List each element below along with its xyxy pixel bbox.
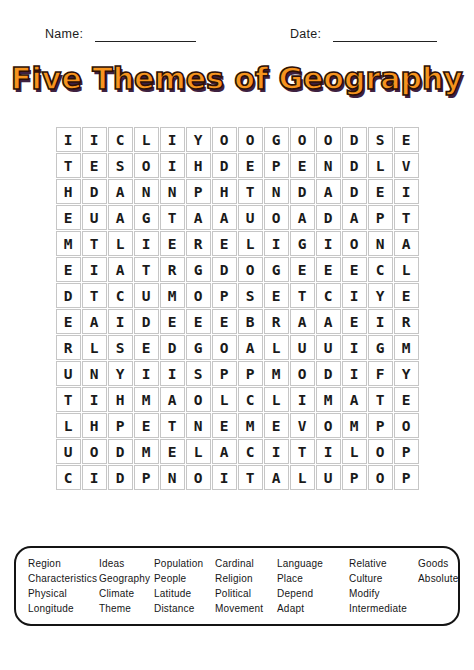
grid-cell[interactable]: I <box>160 127 185 152</box>
grid-cell[interactable]: H <box>186 153 211 178</box>
word-bank-column-2: IdeasGeographyClimateTheme <box>99 556 154 616</box>
grid-cell[interactable]: M <box>264 361 289 386</box>
grid-cell[interactable]: O <box>186 387 211 412</box>
grid-cell[interactable]: G <box>186 335 211 360</box>
word-bank-word: Geography <box>99 571 154 586</box>
grid-cell[interactable]: A <box>264 465 289 490</box>
grid-cell[interactable]: L <box>134 127 159 152</box>
grid-cell[interactable]: I <box>290 387 315 412</box>
grid-cell[interactable]: T <box>290 439 315 464</box>
grid-cell[interactable]: E <box>342 309 367 334</box>
grid-cell[interactable]: O <box>212 127 237 152</box>
grid-cell[interactable]: E <box>56 309 81 334</box>
word-bank-word: Characteristics <box>28 571 99 586</box>
grid-cell[interactable]: P <box>108 413 133 438</box>
grid-cell[interactable]: E <box>186 309 211 334</box>
grid-cell[interactable]: A <box>238 335 263 360</box>
grid-cell[interactable]: N <box>134 179 159 204</box>
grid-cell[interactable]: O <box>290 127 315 152</box>
word-bank-word: Population <box>154 556 215 571</box>
word-bank-word: Distance <box>154 601 215 616</box>
grid-cell[interactable]: O <box>186 283 211 308</box>
grid-cell[interactable]: N <box>160 465 185 490</box>
grid-cell[interactable]: C <box>316 283 341 308</box>
grid-cell[interactable]: A <box>316 179 341 204</box>
word-bank-word: Latitude <box>154 586 215 601</box>
word-bank-word: People <box>154 571 215 586</box>
grid-cell[interactable]: S <box>186 361 211 386</box>
grid-cell[interactable]: M <box>56 231 81 256</box>
grid-cell[interactable]: C <box>108 283 133 308</box>
grid-cell[interactable]: I <box>82 387 107 412</box>
grid-cell[interactable]: I <box>134 231 159 256</box>
grid-cell[interactable]: E <box>264 283 289 308</box>
grid-cell[interactable]: D <box>56 283 81 308</box>
grid-cell[interactable]: D <box>160 335 185 360</box>
grid-cell[interactable]: V <box>290 413 315 438</box>
grid-cell[interactable]: I <box>316 231 341 256</box>
grid-cell[interactable]: C <box>368 257 393 282</box>
grid-cell[interactable]: E <box>290 153 315 178</box>
grid-cell[interactable]: E <box>212 309 237 334</box>
grid-cell[interactable]: O <box>238 127 263 152</box>
grid-cell[interactable]: C <box>108 127 133 152</box>
grid-cell[interactable]: T <box>82 283 107 308</box>
grid-cell[interactable]: P <box>368 205 393 230</box>
grid-cell[interactable]: L <box>264 387 289 412</box>
page-title: Five Themes of Geography <box>0 62 474 95</box>
grid-cell[interactable]: T <box>160 413 185 438</box>
grid-cell[interactable]: E <box>212 413 237 438</box>
grid-cell[interactable]: I <box>342 283 367 308</box>
grid-cell[interactable]: M <box>160 283 185 308</box>
grid-cell[interactable]: U <box>134 283 159 308</box>
grid-cell[interactable]: U <box>316 465 341 490</box>
grid-cell[interactable]: C <box>238 439 263 464</box>
word-bank-word: Language <box>277 556 349 571</box>
grid-cell[interactable]: H <box>82 413 107 438</box>
word-bank-column-6: RelativeCultureModifyIntermediate <box>349 556 418 616</box>
grid-cell[interactable]: L <box>368 153 393 178</box>
word-bank-word: Cardinal <box>215 556 277 571</box>
grid-cell[interactable]: D <box>290 179 315 204</box>
grid-cell[interactable]: T <box>134 257 159 282</box>
grid-cell[interactable]: O <box>264 205 289 230</box>
grid-cell[interactable]: O <box>82 439 107 464</box>
grid-cell[interactable]: A <box>212 439 237 464</box>
grid-cell[interactable]: N <box>316 153 341 178</box>
grid-cell[interactable]: D <box>212 153 237 178</box>
grid-cell[interactable]: L <box>186 439 211 464</box>
grid-cell[interactable]: S <box>108 335 133 360</box>
grid-cell[interactable]: A <box>108 257 133 282</box>
grid-cell[interactable]: U <box>290 335 315 360</box>
grid-cell[interactable]: N <box>264 179 289 204</box>
word-bank-word: Goods <box>418 556 459 571</box>
grid-cell[interactable]: D <box>108 439 133 464</box>
grid-cell[interactable]: D <box>342 179 367 204</box>
grid-cell[interactable]: P <box>394 439 419 464</box>
grid-cell[interactable]: G <box>368 335 393 360</box>
grid-cell[interactable]: T <box>290 283 315 308</box>
grid-cell[interactable]: D <box>134 309 159 334</box>
word-bank-word: Modify <box>349 586 418 601</box>
grid-cell[interactable]: G <box>264 127 289 152</box>
grid-cell[interactable]: E <box>394 387 419 412</box>
grid-cell[interactable]: I <box>108 309 133 334</box>
grid-cell[interactable]: A <box>186 205 211 230</box>
grid-cell[interactable]: T <box>56 387 81 412</box>
grid-cell[interactable]: A <box>316 309 341 334</box>
word-bank-word: Longitude <box>28 601 99 616</box>
grid-cell[interactable]: D <box>212 257 237 282</box>
grid-cell[interactable]: L <box>56 413 81 438</box>
grid-cell[interactable]: E <box>342 257 367 282</box>
grid-cell[interactable]: P <box>186 179 211 204</box>
grid-cell[interactable]: A <box>108 179 133 204</box>
grid-cell[interactable]: I <box>134 361 159 386</box>
word-bank-word: Religion <box>215 571 277 586</box>
word-bank: RegionCharacteristicsPhysicalLongitudeId… <box>14 546 460 626</box>
grid-cell[interactable]: T <box>238 179 263 204</box>
grid-cell[interactable]: E <box>82 153 107 178</box>
grid-cell[interactable]: A <box>212 205 237 230</box>
grid-cell[interactable]: E <box>56 257 81 282</box>
grid-cell[interactable]: R <box>394 309 419 334</box>
grid-cell[interactable]: C <box>238 387 263 412</box>
grid-cell[interactable]: B <box>238 309 263 334</box>
grid-cell[interactable]: I <box>212 465 237 490</box>
grid-cell[interactable]: E <box>160 231 185 256</box>
grid-cell[interactable]: I <box>264 231 289 256</box>
word-bank-word: Theme <box>99 601 154 616</box>
grid-cell[interactable]: P <box>212 283 237 308</box>
word-bank-word: Climate <box>99 586 154 601</box>
grid-cell[interactable]: L <box>342 439 367 464</box>
grid-cell[interactable]: N <box>160 179 185 204</box>
grid-cell[interactable]: H <box>56 179 81 204</box>
grid-cell[interactable]: E <box>212 231 237 256</box>
grid-cell[interactable]: L <box>212 387 237 412</box>
grid-cell[interactable]: I <box>82 465 107 490</box>
grid-cell[interactable]: O <box>186 465 211 490</box>
word-bank-word: Culture <box>349 571 418 586</box>
grid-cell[interactable]: A <box>108 205 133 230</box>
grid-cell[interactable]: U <box>316 335 341 360</box>
grid-cell[interactable]: S <box>108 153 133 178</box>
grid-cell[interactable]: E <box>368 179 393 204</box>
grid-cell[interactable]: O <box>134 153 159 178</box>
grid-cell[interactable]: G <box>134 205 159 230</box>
word-bank-word: Adapt <box>277 601 349 616</box>
grid-cell[interactable]: O <box>368 439 393 464</box>
grid-cell[interactable]: P <box>368 413 393 438</box>
word-bank-word: Movement <box>215 601 277 616</box>
name-input-line[interactable] <box>95 29 196 42</box>
grid-cell[interactable]: U <box>56 439 81 464</box>
grid-cell[interactable]: L <box>238 231 263 256</box>
grid-cell[interactable]: M <box>342 413 367 438</box>
grid-cell[interactable]: I <box>342 361 367 386</box>
word-bank-column-7: GoodsAbsolute <box>418 556 459 616</box>
word-bank-word: Absolute <box>418 571 459 586</box>
grid-cell[interactable]: G <box>290 231 315 256</box>
grid-cell[interactable]: R <box>186 231 211 256</box>
word-bank-word: Intermediate <box>349 601 418 616</box>
grid-cell[interactable]: O <box>238 257 263 282</box>
grid-cell[interactable]: O <box>212 335 237 360</box>
grid-cell[interactable]: P <box>342 465 367 490</box>
grid-cell[interactable]: A <box>342 387 367 412</box>
grid-cell[interactable]: I <box>56 127 81 152</box>
grid-cell[interactable]: D <box>342 153 367 178</box>
grid-cell[interactable]: D <box>316 361 341 386</box>
grid-cell[interactable]: G <box>264 257 289 282</box>
grid-cell[interactable]: U <box>56 361 81 386</box>
grid-cell[interactable]: T <box>160 205 185 230</box>
grid-cell[interactable]: E <box>394 127 419 152</box>
grid-cell[interactable]: H <box>212 179 237 204</box>
grid-cell[interactable]: I <box>160 361 185 386</box>
word-bank-word: Depend <box>277 586 349 601</box>
grid-cell[interactable]: S <box>368 127 393 152</box>
grid-cell[interactable]: V <box>394 153 419 178</box>
grid-cell[interactable]: D <box>108 465 133 490</box>
header: Name: Date: <box>0 0 474 55</box>
grid-cell[interactable]: Y <box>108 361 133 386</box>
word-search-grid: IICLIYOOGOODSETESOIHDEPENDLVHDANNPHTNDAD… <box>56 127 419 490</box>
grid-cell[interactable]: I <box>264 439 289 464</box>
grid-cell[interactable]: I <box>368 309 393 334</box>
grid-cell[interactable]: O <box>316 413 341 438</box>
grid-cell[interactable]: I <box>394 179 419 204</box>
grid-cell[interactable]: E <box>134 335 159 360</box>
grid-cell[interactable]: O <box>342 231 367 256</box>
grid-cell[interactable]: T <box>394 205 419 230</box>
grid-cell[interactable]: T <box>56 153 81 178</box>
grid-cell[interactable]: G <box>186 257 211 282</box>
grid-cell[interactable]: T <box>238 465 263 490</box>
grid-cell[interactable]: O <box>394 413 419 438</box>
word-bank-word: Region <box>28 556 99 571</box>
word-bank-column-3: PopulationPeopleLatitudeDistance <box>154 556 215 616</box>
grid-cell[interactable]: M <box>394 335 419 360</box>
grid-cell[interactable]: S <box>238 283 263 308</box>
word-bank-column-1: RegionCharacteristicsPhysicalLongitude <box>28 556 99 616</box>
grid-cell[interactable]: E <box>160 439 185 464</box>
grid-cell[interactable]: P <box>238 361 263 386</box>
date-label: Date: <box>290 27 321 41</box>
grid-cell[interactable]: E <box>394 283 419 308</box>
grid-cell[interactable]: A <box>290 309 315 334</box>
grid-cell[interactable]: Y <box>368 283 393 308</box>
grid-cell[interactable]: C <box>56 465 81 490</box>
word-bank-word: Relative <box>349 556 418 571</box>
grid-cell[interactable]: T <box>82 231 107 256</box>
grid-cell[interactable]: A <box>290 205 315 230</box>
grid-cell[interactable]: I <box>82 257 107 282</box>
grid-cell[interactable]: E <box>134 413 159 438</box>
grid-cell[interactable]: I <box>160 153 185 178</box>
grid-cell[interactable]: H <box>108 387 133 412</box>
word-bank-word: Physical <box>28 586 99 601</box>
grid-cell[interactable]: E <box>316 257 341 282</box>
grid-cell[interactable]: R <box>160 257 185 282</box>
grid-cell[interactable]: Y <box>186 127 211 152</box>
word-bank-word: Political <box>215 586 277 601</box>
grid-cell[interactable]: E <box>290 257 315 282</box>
grid-cell[interactable]: E <box>160 309 185 334</box>
grid-cell[interactable]: Y <box>394 361 419 386</box>
grid-cell[interactable]: L <box>82 335 107 360</box>
grid-cell[interactable]: L <box>264 335 289 360</box>
grid-cell[interactable]: O <box>316 127 341 152</box>
grid-cell[interactable]: L <box>394 257 419 282</box>
word-bank-column-5: LanguagePlaceDependAdapt <box>277 556 349 616</box>
grid-cell[interactable]: U <box>238 205 263 230</box>
word-bank-word: Place <box>277 571 349 586</box>
grid-cell[interactable]: T <box>368 387 393 412</box>
grid-cell[interactable]: I <box>342 335 367 360</box>
grid-cell[interactable]: M <box>134 387 159 412</box>
grid-cell[interactable]: D <box>82 179 107 204</box>
grid-cell[interactable]: P <box>134 465 159 490</box>
grid-cell[interactable]: E <box>56 205 81 230</box>
date-input-line[interactable] <box>333 29 437 42</box>
grid-cell[interactable]: N <box>82 361 107 386</box>
word-bank-word: Ideas <box>99 556 154 571</box>
grid-cell[interactable]: A <box>342 205 367 230</box>
word-bank-column-4: CardinalReligionPoliticalMovement <box>215 556 277 616</box>
grid-cell[interactable]: F <box>368 361 393 386</box>
grid-cell[interactable]: I <box>82 127 107 152</box>
grid-cell[interactable]: L <box>108 231 133 256</box>
worksheet-page: { "game": "word_search", "page_title": "… <box>0 0 474 670</box>
grid-cell[interactable]: O <box>290 361 315 386</box>
grid-cell[interactable]: P <box>394 465 419 490</box>
grid-cell[interactable]: E <box>264 413 289 438</box>
grid-cell[interactable]: L <box>290 465 315 490</box>
grid-cell[interactable]: N <box>186 413 211 438</box>
grid-cell[interactable]: O <box>368 465 393 490</box>
grid-cell[interactable]: D <box>342 127 367 152</box>
grid-cell[interactable]: M <box>134 439 159 464</box>
grid-cell[interactable]: D <box>316 205 341 230</box>
grid-cell[interactable]: A <box>160 387 185 412</box>
grid-cell[interactable]: P <box>212 361 237 386</box>
grid-cell[interactable]: P <box>264 153 289 178</box>
grid-cell[interactable]: E <box>238 153 263 178</box>
name-label: Name: <box>45 27 83 41</box>
grid-cell[interactable]: R <box>264 309 289 334</box>
grid-cell[interactable]: M <box>316 387 341 412</box>
grid-cell[interactable]: M <box>238 413 263 438</box>
grid-cell[interactable]: N <box>368 231 393 256</box>
grid-cell[interactable]: U <box>82 205 107 230</box>
grid-cell[interactable]: A <box>82 309 107 334</box>
grid-cell[interactable]: A <box>394 231 419 256</box>
grid-cell[interactable]: I <box>316 439 341 464</box>
grid-cell[interactable]: R <box>56 335 81 360</box>
